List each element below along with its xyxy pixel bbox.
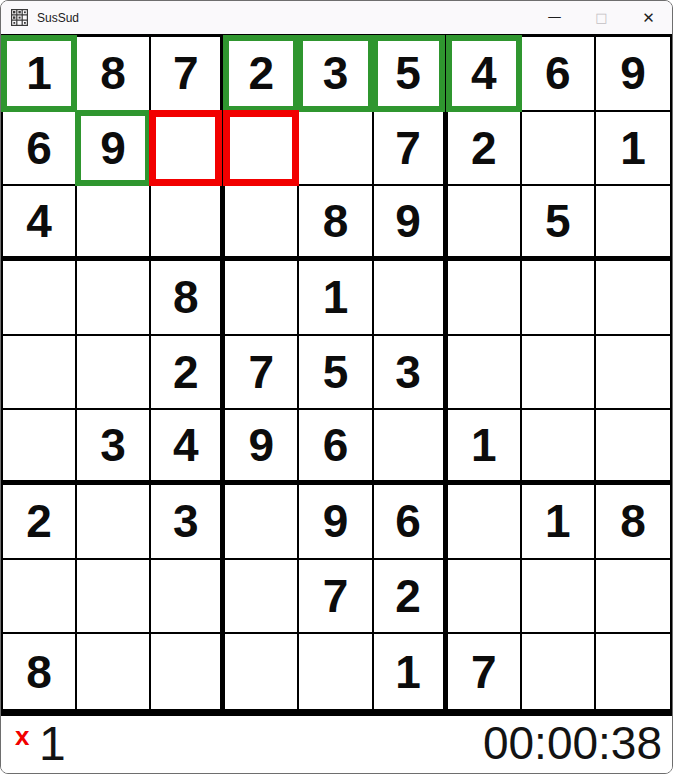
cell-r3c7[interactable] xyxy=(448,186,522,261)
close-icon: ✕ xyxy=(642,9,655,27)
cell-r9c7[interactable]: 7 xyxy=(448,634,522,709)
cell-r2c8[interactable] xyxy=(522,112,596,187)
cell-r7c3[interactable]: 3 xyxy=(151,485,225,560)
title-bar: SusSud — □ ✕ xyxy=(1,1,672,34)
cell-r3c1[interactable]: 4 xyxy=(3,186,77,261)
cell-r9c4[interactable] xyxy=(225,634,299,709)
cell-r7c8[interactable]: 1 xyxy=(522,485,596,560)
cell-r6c3[interactable]: 4 xyxy=(151,410,225,485)
cell-r6c2[interactable]: 3 xyxy=(77,410,151,485)
cell-r8c4[interactable] xyxy=(225,560,299,635)
cell-r2c5[interactable] xyxy=(299,112,373,187)
timer-display: 00:00:38 xyxy=(483,720,662,766)
cell-r3c3[interactable] xyxy=(151,186,225,261)
cell-r3c6[interactable]: 9 xyxy=(374,186,448,261)
cell-r5c9[interactable] xyxy=(596,336,670,411)
cell-r6c1[interactable] xyxy=(3,410,77,485)
cell-r6c7[interactable]: 1 xyxy=(448,410,522,485)
cell-r3c5[interactable]: 8 xyxy=(299,186,373,261)
cell-r3c9[interactable] xyxy=(596,186,670,261)
minimize-button[interactable]: — xyxy=(531,1,578,34)
cell-r5c6[interactable]: 3 xyxy=(374,336,448,411)
cell-r7c5[interactable]: 9 xyxy=(299,485,373,560)
cell-r4c2[interactable] xyxy=(77,261,151,336)
cell-r7c4[interactable] xyxy=(225,485,299,560)
cell-r7c7[interactable] xyxy=(448,485,522,560)
cell-r1c4[interactable]: 2 xyxy=(225,37,299,112)
cell-r3c2[interactable] xyxy=(77,186,151,261)
cell-r5c1[interactable] xyxy=(3,336,77,411)
cell-r2c9[interactable]: 1 xyxy=(596,112,670,187)
cell-r9c8[interactable] xyxy=(522,634,596,709)
minimize-icon: — xyxy=(548,8,562,24)
cell-r9c3[interactable] xyxy=(151,634,225,709)
cell-r1c1[interactable]: 1 xyxy=(3,37,77,112)
cell-r5c8[interactable] xyxy=(522,336,596,411)
cell-r9c6[interactable]: 1 xyxy=(374,634,448,709)
cell-r4c9[interactable] xyxy=(596,261,670,336)
cell-r2c1[interactable]: 6 xyxy=(3,112,77,187)
cell-r3c4[interactable] xyxy=(225,186,299,261)
cell-r6c5[interactable]: 6 xyxy=(299,410,373,485)
window-title: SusSud xyxy=(37,11,79,25)
cell-r1c8[interactable]: 6 xyxy=(522,37,596,112)
cell-r2c2[interactable]: 9 xyxy=(77,112,151,187)
window-controls: — □ ✕ xyxy=(531,1,672,34)
cell-r9c9[interactable] xyxy=(596,634,670,709)
cell-r8c3[interactable] xyxy=(151,560,225,635)
cell-r5c7[interactable] xyxy=(448,336,522,411)
cell-r5c4[interactable]: 7 xyxy=(225,336,299,411)
close-button[interactable]: ✕ xyxy=(625,1,672,34)
cell-r7c2[interactable] xyxy=(77,485,151,560)
cell-r8c6[interactable]: 2 xyxy=(374,560,448,635)
cell-r7c1[interactable]: 2 xyxy=(3,485,77,560)
mistake-x-icon: x xyxy=(15,723,29,749)
cell-r9c5[interactable] xyxy=(299,634,373,709)
cell-r5c2[interactable] xyxy=(77,336,151,411)
cell-r5c3[interactable]: 2 xyxy=(151,336,225,411)
cell-r4c3[interactable]: 8 xyxy=(151,261,225,336)
cell-r1c7[interactable]: 4 xyxy=(448,37,522,112)
cell-r3c8[interactable]: 5 xyxy=(522,186,596,261)
cell-r8c1[interactable] xyxy=(3,560,77,635)
sudoku-board: 1872354696972148958127533496123961872817 xyxy=(1,34,672,716)
cell-r8c5[interactable]: 7 xyxy=(299,560,373,635)
maximize-icon: □ xyxy=(595,10,607,25)
cell-r4c4[interactable] xyxy=(225,261,299,336)
cell-r6c6[interactable] xyxy=(374,410,448,485)
app-window: SusSud — □ ✕ 187235469697214895812753349… xyxy=(0,0,673,774)
cell-r7c9[interactable]: 8 xyxy=(596,485,670,560)
cell-r4c6[interactable] xyxy=(374,261,448,336)
cell-r2c6[interactable]: 7 xyxy=(374,112,448,187)
cell-r4c1[interactable] xyxy=(3,261,77,336)
cell-r8c9[interactable] xyxy=(596,560,670,635)
status-bar: x 1 00:00:38 xyxy=(1,716,672,773)
cell-r1c3[interactable]: 7 xyxy=(151,37,225,112)
cell-r1c6[interactable]: 5 xyxy=(374,37,448,112)
cell-r2c7[interactable]: 2 xyxy=(448,112,522,187)
sudoku-grid-icon xyxy=(11,9,29,27)
cell-r1c5[interactable]: 3 xyxy=(299,37,373,112)
cell-r8c2[interactable] xyxy=(77,560,151,635)
cell-r4c5[interactable]: 1 xyxy=(299,261,373,336)
cell-r1c9[interactable]: 9 xyxy=(596,37,670,112)
cell-r9c2[interactable] xyxy=(77,634,151,709)
mistake-count: 1 xyxy=(39,720,66,768)
cell-r2c3[interactable] xyxy=(151,112,225,187)
cell-r6c9[interactable] xyxy=(596,410,670,485)
cell-r7c6[interactable]: 6 xyxy=(374,485,448,560)
cell-r8c7[interactable] xyxy=(448,560,522,635)
cell-r4c8[interactable] xyxy=(522,261,596,336)
cell-r5c5[interactable]: 5 xyxy=(299,336,373,411)
cell-r6c8[interactable] xyxy=(522,410,596,485)
cell-r6c4[interactable]: 9 xyxy=(225,410,299,485)
cell-r1c2[interactable]: 8 xyxy=(77,37,151,112)
cell-r4c7[interactable] xyxy=(448,261,522,336)
cell-r9c1[interactable]: 8 xyxy=(3,634,77,709)
cell-r2c4[interactable] xyxy=(225,112,299,187)
maximize-button[interactable]: □ xyxy=(578,1,625,34)
cell-r8c8[interactable] xyxy=(522,560,596,635)
